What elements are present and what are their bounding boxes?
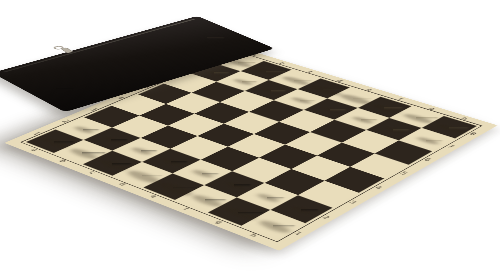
coord-rank-4-right: 4	[373, 186, 383, 190]
chess-board-grid: ♜♞♝♚♛♝♞♜♟♟♟♟♟♟♟♟♟♟♟♟♟♟♟♟♜♞♝♛♚♝♞♜	[26, 53, 477, 239]
coord-file-h-near: h	[248, 233, 258, 238]
coord-file-b-near: b	[58, 159, 68, 163]
coord-file-a-near: a	[30, 148, 39, 152]
chess-set-product-photo: ♜♞♝♚♛♝♞♜♟♟♟♟♟♟♟♟♟♟♟♟♟♟♟♟♜♞♝♛♚♝♞♜ aabbccd…	[0, 0, 500, 277]
coord-rank-3-right: 3	[348, 200, 358, 205]
coord-file-c-near: c	[87, 170, 96, 174]
coord-rank-1-right: 1	[293, 231, 303, 236]
coord-file-d-near: d	[117, 182, 127, 186]
coord-rank-8-right: 8	[468, 132, 477, 136]
white-pawn-glyph: ♟	[404, 96, 449, 146]
vinyl-rollup-board: ♜♞♝♚♛♝♞♜♟♟♟♟♟♟♟♟♟♟♟♟♟♟♟♟♜♞♝♛♚♝♞♜ aabbccd…	[4, 46, 497, 251]
coord-rank-5-right: 5	[398, 172, 407, 176]
coord-file-g-near: g	[214, 220, 224, 225]
coord-rank-7-right: 7	[446, 145, 455, 149]
coord-rank-6-right: 6	[422, 158, 431, 162]
black-rook-glyph: ♜	[241, 163, 306, 235]
square-h7: ♟	[399, 128, 455, 151]
coord-file-e-near: e	[149, 194, 159, 198]
coord-file-f-near: f	[182, 207, 190, 211]
coord-rank-2-right: 2	[321, 215, 331, 220]
